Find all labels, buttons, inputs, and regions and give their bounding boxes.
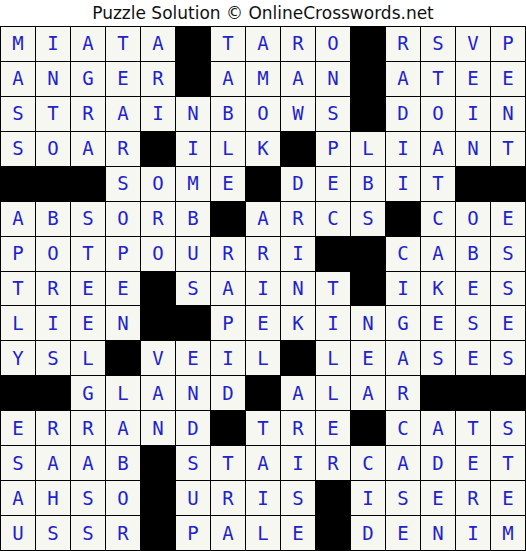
block-cell-r9c5 <box>141 306 175 340</box>
letter-cell-r6c5: R <box>141 202 175 236</box>
letter-cell-r8c4: E <box>106 272 140 306</box>
letter-cell-r6c2: B <box>36 202 70 236</box>
block-cell-r1c6 <box>176 27 210 61</box>
block-cell-r12c7 <box>211 411 245 445</box>
letter-cell-r7c5: O <box>141 237 175 271</box>
letter-cell-r4c10: P <box>316 132 350 166</box>
letter-cell-r6c1: A <box>1 202 35 236</box>
letter-cell-r3c10: S <box>316 97 350 131</box>
letter-cell-r10c3: L <box>71 341 105 375</box>
block-cell-r5c3 <box>71 167 105 201</box>
letter-cell-r10c11: E <box>351 341 385 375</box>
letter-cell-r14c9: S <box>281 481 315 515</box>
letter-cell-r10c6: E <box>176 341 210 375</box>
block-cell-r15c5 <box>141 516 175 550</box>
letter-cell-r4c14: N <box>456 132 490 166</box>
letter-cell-r14c4: O <box>106 481 140 515</box>
letter-cell-r14c8: I <box>246 481 280 515</box>
block-cell-r8c11 <box>351 272 385 306</box>
letter-cell-r5c12: I <box>386 167 420 201</box>
letter-cell-r13c4: B <box>106 446 140 480</box>
letter-cell-r9c14: S <box>456 306 490 340</box>
letter-cell-r12c3: R <box>71 411 105 445</box>
letter-cell-r11c6: N <box>176 376 210 410</box>
letter-cell-r2c8: M <box>246 62 280 96</box>
letter-cell-r7c13: A <box>421 237 455 271</box>
letter-cell-r2c12: A <box>386 62 420 96</box>
block-cell-r13c5 <box>141 446 175 480</box>
letter-cell-r11c7: D <box>211 376 245 410</box>
letter-cell-r9c12: G <box>386 306 420 340</box>
letter-cell-r5c6: M <box>176 167 210 201</box>
letter-cell-r2c4: E <box>106 62 140 96</box>
letter-cell-r13c3: A <box>71 446 105 480</box>
block-cell-r2c11 <box>351 62 385 96</box>
letter-cell-r12c6: D <box>176 411 210 445</box>
letter-cell-r3c3: R <box>71 97 105 131</box>
letter-cell-r13c9: I <box>281 446 315 480</box>
letter-cell-r7c9: I <box>281 237 315 271</box>
letter-cell-r9c11: N <box>351 306 385 340</box>
letter-cell-r10c14: E <box>456 341 490 375</box>
letter-cell-r1c14: V <box>456 27 490 61</box>
block-cell-r9c6 <box>176 306 210 340</box>
letter-cell-r8c14: E <box>456 272 490 306</box>
letter-cell-r3c12: D <box>386 97 420 131</box>
letter-cell-r1c1: M <box>1 27 35 61</box>
letter-cell-r12c10: E <box>316 411 350 445</box>
block-cell-r11c8 <box>246 376 280 410</box>
letter-cell-r9c2: I <box>36 306 70 340</box>
letter-cell-r4c4: R <box>106 132 140 166</box>
block-cell-r5c1 <box>1 167 35 201</box>
letter-cell-r15c11: D <box>351 516 385 550</box>
letter-cell-r4c2: O <box>36 132 70 166</box>
letter-cell-r4c15: T <box>491 132 525 166</box>
letter-cell-r8c15: S <box>491 272 525 306</box>
block-cell-r10c4 <box>106 341 140 375</box>
letter-cell-r12c9: R <box>281 411 315 445</box>
letter-cell-r15c14: I <box>456 516 490 550</box>
letter-cell-r7c1: P <box>1 237 35 271</box>
letter-cell-r3c15: N <box>491 97 525 131</box>
letter-cell-r7c7: R <box>211 237 245 271</box>
letter-cell-r7c12: C <box>386 237 420 271</box>
crossword-solution-page: Puzzle Solution © OnlineCrosswords.net M… <box>0 0 526 551</box>
letter-cell-r4c6: I <box>176 132 210 166</box>
block-cell-r7c11 <box>351 237 385 271</box>
letter-cell-r6c10: C <box>316 202 350 236</box>
letter-cell-r14c7: R <box>211 481 245 515</box>
letter-cell-r10c13: S <box>421 341 455 375</box>
letter-cell-r12c4: A <box>106 411 140 445</box>
letter-cell-r6c4: O <box>106 202 140 236</box>
letter-cell-r9c7: P <box>211 306 245 340</box>
letter-cell-r10c5: V <box>141 341 175 375</box>
letter-cell-r12c8: T <box>246 411 280 445</box>
letter-cell-r2c7: A <box>211 62 245 96</box>
letter-cell-r1c10: O <box>316 27 350 61</box>
letter-cell-r15c15: M <box>491 516 525 550</box>
letter-cell-r11c5: A <box>141 376 175 410</box>
letter-cell-r6c9: R <box>281 202 315 236</box>
letter-cell-r15c13: N <box>421 516 455 550</box>
letter-cell-r3c9: W <box>281 97 315 131</box>
letter-cell-r15c1: U <box>1 516 35 550</box>
block-cell-r6c7 <box>211 202 245 236</box>
letter-cell-r12c5: N <box>141 411 175 445</box>
letter-cell-r6c13: C <box>421 202 455 236</box>
block-cell-r4c5 <box>141 132 175 166</box>
letter-cell-r1c7: T <box>211 27 245 61</box>
letter-cell-r5c9: D <box>281 167 315 201</box>
letter-cell-r3c2: T <box>36 97 70 131</box>
letter-cell-r15c4: R <box>106 516 140 550</box>
letter-cell-r15c9: E <box>281 516 315 550</box>
letter-cell-r2c2: N <box>36 62 70 96</box>
letter-cell-r6c14: O <box>456 202 490 236</box>
letter-cell-r15c12: E <box>386 516 420 550</box>
letter-cell-r8c8: I <box>246 272 280 306</box>
letter-cell-r14c14: R <box>456 481 490 515</box>
block-cell-r2c6 <box>176 62 210 96</box>
letter-cell-r8c12: I <box>386 272 420 306</box>
letter-cell-r14c2: H <box>36 481 70 515</box>
letter-cell-r1c13: S <box>421 27 455 61</box>
block-cell-r5c14 <box>456 167 490 201</box>
letter-cell-r15c8: L <box>246 516 280 550</box>
letter-cell-r14c13: E <box>421 481 455 515</box>
letter-cell-r8c9: N <box>281 272 315 306</box>
letter-cell-r1c9: R <box>281 27 315 61</box>
letter-cell-r13c13: D <box>421 446 455 480</box>
letter-cell-r8c13: K <box>421 272 455 306</box>
block-cell-r14c10 <box>316 481 350 515</box>
block-cell-r10c9 <box>281 341 315 375</box>
letter-cell-r9c3: E <box>71 306 105 340</box>
letter-cell-r15c3: S <box>71 516 105 550</box>
letter-cell-r4c12: I <box>386 132 420 166</box>
block-cell-r11c15 <box>491 376 525 410</box>
letter-cell-r5c7: E <box>211 167 245 201</box>
letter-cell-r5c10: E <box>316 167 350 201</box>
letter-cell-r10c8: L <box>246 341 280 375</box>
letter-cell-r15c6: P <box>176 516 210 550</box>
letter-cell-r4c1: S <box>1 132 35 166</box>
letter-cell-r9c10: I <box>316 306 350 340</box>
letter-cell-r15c7: A <box>211 516 245 550</box>
letter-cell-r12c15: S <box>491 411 525 445</box>
block-cell-r15c10 <box>316 516 350 550</box>
letter-cell-r7c15: S <box>491 237 525 271</box>
letter-cell-r1c2: I <box>36 27 70 61</box>
letter-cell-r9c9: K <box>281 306 315 340</box>
block-cell-r1c11 <box>351 27 385 61</box>
letter-cell-r14c1: A <box>1 481 35 515</box>
letter-cell-r2c10: N <box>316 62 350 96</box>
letter-cell-r7c3: T <box>71 237 105 271</box>
letter-cell-r1c15: P <box>491 27 525 61</box>
letter-cell-r7c14: B <box>456 237 490 271</box>
block-cell-r11c1 <box>1 376 35 410</box>
letter-cell-r4c8: K <box>246 132 280 166</box>
letter-cell-r9c1: L <box>1 306 35 340</box>
letter-cell-r3c6: N <box>176 97 210 131</box>
letter-cell-r2c5: R <box>141 62 175 96</box>
letter-cell-r11c4: L <box>106 376 140 410</box>
letter-cell-r4c11: L <box>351 132 385 166</box>
letter-cell-r13c6: S <box>176 446 210 480</box>
block-cell-r14c5 <box>141 481 175 515</box>
letter-cell-r13c14: E <box>456 446 490 480</box>
letter-cell-r11c11: A <box>351 376 385 410</box>
letter-cell-r2c15: E <box>491 62 525 96</box>
letter-cell-r4c13: A <box>421 132 455 166</box>
letter-cell-r8c3: E <box>71 272 105 306</box>
letter-cell-r5c13: T <box>421 167 455 201</box>
letter-cell-r12c13: A <box>421 411 455 445</box>
letter-cell-r1c4: T <box>106 27 140 61</box>
letter-cell-r13c11: C <box>351 446 385 480</box>
letter-cell-r1c12: R <box>386 27 420 61</box>
block-cell-r5c15 <box>491 167 525 201</box>
letter-cell-r9c15: E <box>491 306 525 340</box>
letter-cell-r13c12: A <box>386 446 420 480</box>
letter-cell-r10c15: S <box>491 341 525 375</box>
letter-cell-r2c14: E <box>456 62 490 96</box>
letter-cell-r13c1: S <box>1 446 35 480</box>
letter-cell-r9c13: E <box>421 306 455 340</box>
letter-cell-r6c8: A <box>246 202 280 236</box>
letter-cell-r5c5: O <box>141 167 175 201</box>
letter-cell-r6c15: E <box>491 202 525 236</box>
letter-cell-r12c1: E <box>1 411 35 445</box>
letter-cell-r8c10: T <box>316 272 350 306</box>
letter-cell-r2c1: A <box>1 62 35 96</box>
letter-cell-r2c9: A <box>281 62 315 96</box>
letter-cell-r13c10: R <box>316 446 350 480</box>
block-cell-r5c8 <box>246 167 280 201</box>
letter-cell-r13c15: T <box>491 446 525 480</box>
letter-cell-r5c4: S <box>106 167 140 201</box>
letter-cell-r13c8: A <box>246 446 280 480</box>
block-cell-r6c12 <box>386 202 420 236</box>
letter-cell-r1c3: A <box>71 27 105 61</box>
letter-cell-r2c13: T <box>421 62 455 96</box>
letter-cell-r8c2: R <box>36 272 70 306</box>
letter-cell-r5c11: B <box>351 167 385 201</box>
block-cell-r11c2 <box>36 376 70 410</box>
letter-cell-r11c9: A <box>281 376 315 410</box>
letter-cell-r7c8: R <box>246 237 280 271</box>
letter-cell-r7c4: P <box>106 237 140 271</box>
letter-cell-r1c8: A <box>246 27 280 61</box>
letter-cell-r10c7: I <box>211 341 245 375</box>
letter-cell-r1c5: A <box>141 27 175 61</box>
letter-cell-r10c2: S <box>36 341 70 375</box>
letter-cell-r11c12: R <box>386 376 420 410</box>
letter-cell-r14c15: E <box>491 481 525 515</box>
letter-cell-r11c10: L <box>316 376 350 410</box>
block-cell-r4c9 <box>281 132 315 166</box>
letter-cell-r9c8: E <box>246 306 280 340</box>
block-cell-r7c10 <box>316 237 350 271</box>
letter-cell-r8c7: A <box>211 272 245 306</box>
block-cell-r5c2 <box>36 167 70 201</box>
block-cell-r12c11 <box>351 411 385 445</box>
block-cell-r3c11 <box>351 97 385 131</box>
letter-cell-r6c6: B <box>176 202 210 236</box>
letter-cell-r13c7: T <box>211 446 245 480</box>
letter-cell-r14c3: S <box>71 481 105 515</box>
letter-cell-r10c12: A <box>386 341 420 375</box>
letter-cell-r7c2: O <box>36 237 70 271</box>
letter-cell-r13c2: A <box>36 446 70 480</box>
letter-cell-r6c3: S <box>71 202 105 236</box>
letter-cell-r15c2: S <box>36 516 70 550</box>
letter-cell-r3c8: O <box>246 97 280 131</box>
page-title: Puzzle Solution © OnlineCrosswords.net <box>0 0 526 26</box>
block-cell-r11c14 <box>456 376 490 410</box>
letter-cell-r14c6: U <box>176 481 210 515</box>
letter-cell-r3c7: B <box>211 97 245 131</box>
letter-cell-r14c12: S <box>386 481 420 515</box>
letter-cell-r3c4: A <box>106 97 140 131</box>
letter-cell-r3c13: O <box>421 97 455 131</box>
letter-cell-r7c6: U <box>176 237 210 271</box>
letter-cell-r14c11: I <box>351 481 385 515</box>
letter-cell-r3c5: I <box>141 97 175 131</box>
letter-cell-r12c2: R <box>36 411 70 445</box>
letter-cell-r10c1: Y <box>1 341 35 375</box>
crossword-grid: MIATATARORSVPANGERAMANATEESTRAINBOWSDOIN… <box>0 26 526 551</box>
letter-cell-r6c11: S <box>351 202 385 236</box>
block-cell-r11c13 <box>421 376 455 410</box>
letter-cell-r4c7: L <box>211 132 245 166</box>
letter-cell-r4c3: A <box>71 132 105 166</box>
letter-cell-r12c14: T <box>456 411 490 445</box>
block-cell-r8c5 <box>141 272 175 306</box>
letter-cell-r9c4: N <box>106 306 140 340</box>
letter-cell-r2c3: G <box>71 62 105 96</box>
letter-cell-r8c1: T <box>1 272 35 306</box>
letter-cell-r12c12: C <box>386 411 420 445</box>
letter-cell-r11c3: G <box>71 376 105 410</box>
letter-cell-r8c6: S <box>176 272 210 306</box>
letter-cell-r3c14: I <box>456 97 490 131</box>
letter-cell-r3c1: S <box>1 97 35 131</box>
letter-cell-r10c10: L <box>316 341 350 375</box>
